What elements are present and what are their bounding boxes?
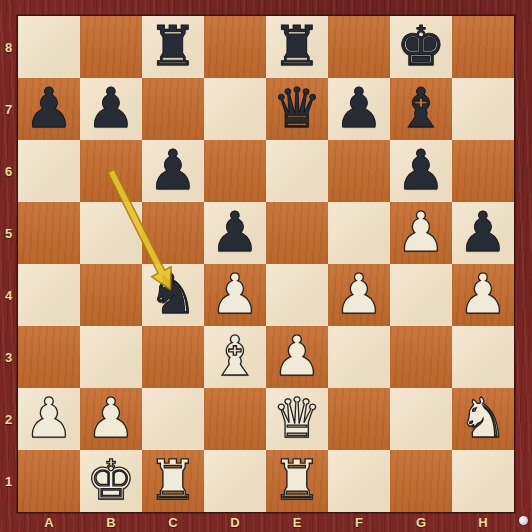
square-d6[interactable]	[204, 140, 266, 202]
square-e6[interactable]	[266, 140, 328, 202]
square-f3[interactable]	[328, 326, 390, 388]
square-g2[interactable]	[390, 388, 452, 450]
rank-label-1: 1	[0, 450, 17, 512]
square-d4[interactable]: ♟	[204, 264, 266, 326]
square-a7[interactable]: ♟	[18, 78, 80, 140]
file-label-a: A	[18, 512, 80, 532]
square-h4[interactable]: ♟	[452, 264, 514, 326]
file-labels: ABCDEFGH	[18, 512, 514, 532]
square-f8[interactable]	[328, 16, 390, 78]
square-h3[interactable]	[452, 326, 514, 388]
rank-label-7: 7	[0, 78, 17, 140]
black-king-g8[interactable]: ♚	[390, 16, 452, 78]
square-d1[interactable]	[204, 450, 266, 512]
square-b6[interactable]	[80, 140, 142, 202]
file-label-c: C	[142, 512, 204, 532]
rank-labels: 87654321	[0, 16, 17, 512]
black-rook-e8[interactable]: ♜	[266, 16, 328, 78]
square-d2[interactable]	[204, 388, 266, 450]
rank-label-6: 6	[0, 140, 17, 202]
square-e3[interactable]: ♟	[266, 326, 328, 388]
square-c5[interactable]	[142, 202, 204, 264]
square-b1[interactable]: ♚	[80, 450, 142, 512]
white-rook-e1[interactable]: ♜	[266, 450, 328, 512]
square-h1[interactable]	[452, 450, 514, 512]
square-f6[interactable]	[328, 140, 390, 202]
file-label-h: H	[452, 512, 514, 532]
white-knight-h2[interactable]: ♞	[452, 388, 514, 450]
white-pawn-d4[interactable]: ♟	[204, 264, 266, 326]
square-g6[interactable]: ♟	[390, 140, 452, 202]
rank-label-3: 3	[0, 326, 17, 388]
square-g1[interactable]	[390, 450, 452, 512]
square-h6[interactable]	[452, 140, 514, 202]
square-c7[interactable]	[142, 78, 204, 140]
file-label-b: B	[80, 512, 142, 532]
square-b8[interactable]	[80, 16, 142, 78]
white-king-b1[interactable]: ♚	[80, 450, 142, 512]
square-d5[interactable]: ♟	[204, 202, 266, 264]
square-c8[interactable]: ♜	[142, 16, 204, 78]
square-h8[interactable]	[452, 16, 514, 78]
square-b4[interactable]	[80, 264, 142, 326]
square-a6[interactable]	[18, 140, 80, 202]
black-bishop-g7[interactable]: ♝	[390, 78, 452, 140]
square-a5[interactable]	[18, 202, 80, 264]
square-a2[interactable]: ♟	[18, 388, 80, 450]
corner-dot	[519, 516, 528, 525]
black-pawn-d5[interactable]: ♟	[204, 202, 266, 264]
white-pawn-a2[interactable]: ♟	[18, 388, 80, 450]
square-f2[interactable]	[328, 388, 390, 450]
black-pawn-a7[interactable]: ♟	[18, 78, 80, 140]
file-label-g: G	[390, 512, 452, 532]
rank-label-8: 8	[0, 16, 17, 78]
square-f7[interactable]: ♟	[328, 78, 390, 140]
rank-label-5: 5	[0, 202, 17, 264]
square-a1[interactable]	[18, 450, 80, 512]
black-knight-c4[interactable]: ♞	[142, 264, 204, 326]
black-pawn-g6[interactable]: ♟	[390, 140, 452, 202]
file-label-f: F	[328, 512, 390, 532]
square-c4[interactable]: ♞	[142, 264, 204, 326]
square-e2[interactable]: ♛	[266, 388, 328, 450]
black-rook-c8[interactable]: ♜	[142, 16, 204, 78]
square-e1[interactable]: ♜	[266, 450, 328, 512]
square-d7[interactable]	[204, 78, 266, 140]
white-queen-e2[interactable]: ♛	[266, 388, 328, 450]
square-g4[interactable]	[390, 264, 452, 326]
square-h5[interactable]: ♟	[452, 202, 514, 264]
white-pawn-g5[interactable]: ♟	[390, 202, 452, 264]
chess-board-window: ♜♜♚♟♟♛♟♝♟♟♟♟♟♞♟♟♟♝♟♟♟♛♞♚♜♜ 87654321 ABCD…	[0, 0, 532, 532]
square-a4[interactable]	[18, 264, 80, 326]
square-h7[interactable]	[452, 78, 514, 140]
white-pawn-e3[interactable]: ♟	[266, 326, 328, 388]
square-b7[interactable]: ♟	[80, 78, 142, 140]
white-rook-c1[interactable]: ♜	[142, 450, 204, 512]
square-g8[interactable]: ♚	[390, 16, 452, 78]
black-pawn-b7[interactable]: ♟	[80, 78, 142, 140]
square-a3[interactable]	[18, 326, 80, 388]
square-e5[interactable]	[266, 202, 328, 264]
square-e7[interactable]: ♛	[266, 78, 328, 140]
black-pawn-h5[interactable]: ♟	[452, 202, 514, 264]
square-c2[interactable]	[142, 388, 204, 450]
square-f5[interactable]	[328, 202, 390, 264]
square-g5[interactable]: ♟	[390, 202, 452, 264]
square-e8[interactable]: ♜	[266, 16, 328, 78]
square-h2[interactable]: ♞	[452, 388, 514, 450]
board: ♜♜♚♟♟♛♟♝♟♟♟♟♟♞♟♟♟♝♟♟♟♛♞♚♜♜	[18, 16, 514, 512]
file-label-e: E	[266, 512, 328, 532]
square-c3[interactable]	[142, 326, 204, 388]
file-label-d: D	[204, 512, 266, 532]
square-d3[interactable]: ♝	[204, 326, 266, 388]
square-b5[interactable]	[80, 202, 142, 264]
black-queen-e7[interactable]: ♛	[266, 78, 328, 140]
square-a8[interactable]	[18, 16, 80, 78]
square-b3[interactable]	[80, 326, 142, 388]
black-pawn-f7[interactable]: ♟	[328, 78, 390, 140]
white-pawn-h4[interactable]: ♟	[452, 264, 514, 326]
square-b2[interactable]: ♟	[80, 388, 142, 450]
square-c6[interactable]: ♟	[142, 140, 204, 202]
square-g3[interactable]	[390, 326, 452, 388]
black-pawn-c6[interactable]: ♟	[142, 140, 204, 202]
board-frame: ♜♜♚♟♟♛♟♝♟♟♟♟♟♞♟♟♟♝♟♟♟♛♞♚♜♜	[17, 15, 515, 513]
rank-label-2: 2	[0, 388, 17, 450]
square-f4[interactable]: ♟	[328, 264, 390, 326]
white-pawn-f4[interactable]: ♟	[328, 264, 390, 326]
white-pawn-b2[interactable]: ♟	[80, 388, 142, 450]
rank-label-4: 4	[0, 264, 17, 326]
square-e4[interactable]	[266, 264, 328, 326]
square-d8[interactable]	[204, 16, 266, 78]
square-g7[interactable]: ♝	[390, 78, 452, 140]
square-c1[interactable]: ♜	[142, 450, 204, 512]
square-f1[interactable]	[328, 450, 390, 512]
white-bishop-d3[interactable]: ♝	[204, 326, 266, 388]
